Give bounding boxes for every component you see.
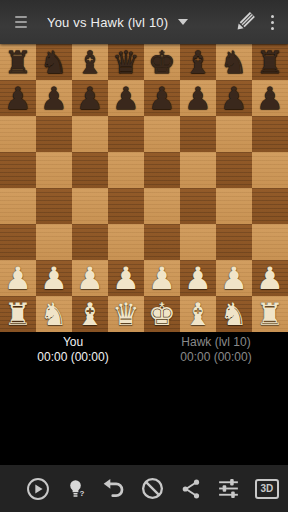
share-icon <box>179 477 203 501</box>
board-square-f3[interactable] <box>180 224 216 260</box>
chevron-down-icon <box>178 19 188 25</box>
settings-tune-button[interactable] <box>210 470 248 508</box>
board-square-d3[interactable] <box>108 224 144 260</box>
board-square-b2[interactable]: ♟ <box>36 260 72 296</box>
block-button[interactable] <box>133 470 171 508</box>
board-square-b1[interactable]: ♞ <box>36 296 72 332</box>
board-square-f7[interactable]: ♟ <box>180 80 216 116</box>
edit-pencil-icon <box>233 10 257 34</box>
black-pawn-piece: ♟ <box>180 80 216 116</box>
board-square-c7[interactable]: ♟ <box>72 80 108 116</box>
board-square-g2[interactable]: ♟ <box>216 260 252 296</box>
black-king-piece: ♚ <box>144 44 180 80</box>
tune-icon <box>216 476 241 501</box>
board-square-c4[interactable] <box>72 188 108 224</box>
board-square-d4[interactable] <box>108 188 144 224</box>
board-square-a3[interactable] <box>0 224 36 260</box>
board-square-e5[interactable] <box>144 152 180 188</box>
board-square-a5[interactable] <box>0 152 36 188</box>
board-square-d2[interactable]: ♟ <box>108 260 144 296</box>
white-player-time: 00:00 (00:00) <box>3 350 143 365</box>
board-square-c1[interactable]: ♝ <box>72 296 108 332</box>
black-queen-piece: ♛ <box>108 44 144 80</box>
app-bar: You vs Hawk (lvl 10) <box>0 0 288 44</box>
black-player-name: Hawk (lvl 10) <box>146 335 286 350</box>
svg-text:?: ? <box>80 488 85 497</box>
edit-pencil-button[interactable] <box>228 5 262 39</box>
board-square-e4[interactable] <box>144 188 180 224</box>
overflow-menu-icon <box>271 15 274 30</box>
board-square-h7[interactable]: ♟ <box>252 80 288 116</box>
black-pawn-piece: ♟ <box>36 80 72 116</box>
board-square-f2[interactable]: ♟ <box>180 260 216 296</box>
board-square-h6[interactable] <box>252 116 288 152</box>
white-pawn-piece: ♟ <box>144 260 180 296</box>
board-square-c8[interactable]: ♝ <box>72 44 108 80</box>
board-square-g8[interactable]: ♞ <box>216 44 252 80</box>
black-knight-piece: ♞ <box>216 44 252 80</box>
white-rook-piece: ♜ <box>0 296 36 332</box>
board-square-d7[interactable]: ♟ <box>108 80 144 116</box>
board-square-e8[interactable]: ♚ <box>144 44 180 80</box>
black-knight-piece: ♞ <box>36 44 72 80</box>
block-icon <box>140 476 165 501</box>
board-square-g4[interactable] <box>216 188 252 224</box>
board-square-d8[interactable]: ♛ <box>108 44 144 80</box>
board-square-b3[interactable] <box>36 224 72 260</box>
board-square-f6[interactable] <box>180 116 216 152</box>
board-square-c5[interactable] <box>72 152 108 188</box>
clock-panel: You 00:00 (00:00) Hawk (lvl 10) 00:00 (0… <box>0 332 288 380</box>
white-pawn-piece: ♟ <box>36 260 72 296</box>
board-square-h5[interactable] <box>252 152 288 188</box>
board-square-d5[interactable] <box>108 152 144 188</box>
white-pawn-piece: ♟ <box>180 260 216 296</box>
board-square-b5[interactable] <box>36 152 72 188</box>
undo-icon <box>102 476 127 501</box>
bottom-toolbar: ? <box>0 465 288 512</box>
board-square-g6[interactable] <box>216 116 252 152</box>
board-square-a1[interactable]: ♜ <box>0 296 36 332</box>
board-square-b7[interactable]: ♟ <box>36 80 72 116</box>
white-pawn-piece: ♟ <box>252 260 288 296</box>
board-square-a7[interactable]: ♟ <box>0 80 36 116</box>
board-square-e7[interactable]: ♟ <box>144 80 180 116</box>
white-bishop-piece: ♝ <box>72 296 108 332</box>
menu-icon[interactable] <box>15 16 29 28</box>
board-square-g1[interactable]: ♞ <box>216 296 252 332</box>
share-button[interactable] <box>172 470 210 508</box>
board-square-g3[interactable] <box>216 224 252 260</box>
board-square-h2[interactable]: ♟ <box>252 260 288 296</box>
chess-board[interactable]: ♜♞♝♛♚♝♞♜♟♟♟♟♟♟♟♟♟♟♟♟♟♟♟♟♜♞♝♛♚♝♞♜ <box>0 44 288 332</box>
board-square-b6[interactable] <box>36 116 72 152</box>
board-square-e3[interactable] <box>144 224 180 260</box>
white-king-piece: ♚ <box>144 296 180 332</box>
board-square-h4[interactable] <box>252 188 288 224</box>
board-square-a4[interactable] <box>0 188 36 224</box>
board-square-a6[interactable] <box>0 116 36 152</box>
board-square-h1[interactable]: ♜ <box>252 296 288 332</box>
board-square-c3[interactable] <box>72 224 108 260</box>
white-pawn-piece: ♟ <box>72 260 108 296</box>
black-bishop-piece: ♝ <box>180 44 216 80</box>
board-square-d6[interactable] <box>108 116 144 152</box>
black-pawn-piece: ♟ <box>0 80 36 116</box>
board-square-e2[interactable]: ♟ <box>144 260 180 296</box>
game-title-spinner[interactable]: You vs Hawk (lvl 10) <box>47 15 228 30</box>
board-square-a8[interactable]: ♜ <box>0 44 36 80</box>
white-pawn-piece: ♟ <box>0 260 36 296</box>
white-player-clock: You 00:00 (00:00) <box>3 335 143 365</box>
overflow-menu-button[interactable] <box>262 5 288 39</box>
board-square-a2[interactable]: ♟ <box>0 260 36 296</box>
black-player-clock: Hawk (lvl 10) 00:00 (00:00) <box>146 335 286 365</box>
white-player-name: You <box>3 335 143 350</box>
black-rook-piece: ♜ <box>0 44 36 80</box>
board-square-b8[interactable]: ♞ <box>36 44 72 80</box>
black-player-time: 00:00 (00:00) <box>146 350 286 365</box>
board-square-c2[interactable]: ♟ <box>72 260 108 296</box>
white-rook-piece: ♜ <box>252 296 288 332</box>
black-rook-piece: ♜ <box>252 44 288 80</box>
board-square-f8[interactable]: ♝ <box>180 44 216 80</box>
white-pawn-piece: ♟ <box>108 260 144 296</box>
undo-button[interactable] <box>95 470 133 508</box>
board-square-f5[interactable] <box>180 152 216 188</box>
hint-button[interactable]: ? <box>57 470 95 508</box>
board-square-f1[interactable]: ♝ <box>180 296 216 332</box>
board-square-b4[interactable] <box>36 188 72 224</box>
white-pawn-piece: ♟ <box>216 260 252 296</box>
board-square-g7[interactable]: ♟ <box>216 80 252 116</box>
board-square-h8[interactable]: ♜ <box>252 44 288 80</box>
black-pawn-piece: ♟ <box>216 80 252 116</box>
black-pawn-piece: ♟ <box>108 80 144 116</box>
white-knight-piece: ♞ <box>36 296 72 332</box>
black-pawn-piece: ♟ <box>252 80 288 116</box>
board-square-d1[interactable]: ♛ <box>108 296 144 332</box>
board-square-e1[interactable]: ♚ <box>144 296 180 332</box>
board-square-c6[interactable] <box>72 116 108 152</box>
white-knight-piece: ♞ <box>216 296 252 332</box>
board-square-h3[interactable] <box>252 224 288 260</box>
black-bishop-piece: ♝ <box>72 44 108 80</box>
board-square-g5[interactable] <box>216 152 252 188</box>
chess-app-screen: You vs Hawk (lvl 10) ♜♞♝♛♚♝♞♜♟♟♟♟♟♟♟♟♟♟♟… <box>0 0 288 512</box>
threed-icon: 3D <box>255 479 279 499</box>
play-icon <box>25 476 51 502</box>
black-pawn-piece: ♟ <box>144 80 180 116</box>
play-button[interactable] <box>19 470 57 508</box>
white-queen-piece: ♛ <box>108 296 144 332</box>
threed-view-button[interactable]: 3D <box>248 470 286 508</box>
board-square-f4[interactable] <box>180 188 216 224</box>
hint-bulb-icon: ? <box>64 477 88 501</box>
white-bishop-piece: ♝ <box>180 296 216 332</box>
black-pawn-piece: ♟ <box>72 80 108 116</box>
board-square-e6[interactable] <box>144 116 180 152</box>
page-title: You vs Hawk (lvl 10) <box>47 15 168 30</box>
